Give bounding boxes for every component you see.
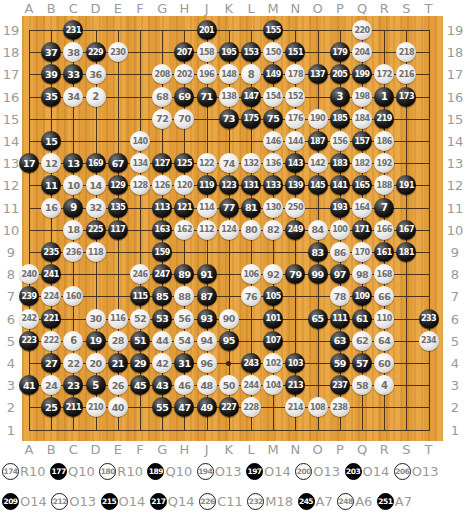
stone-move-number: 23 — [67, 380, 79, 391]
stone-move-number: 118 — [88, 248, 103, 257]
caption-move-200: 200O13 — [295, 463, 340, 480]
coordinate-label: 19 — [447, 24, 464, 37]
stone-move-number: 55 — [156, 402, 168, 413]
stone-move-number: 64 — [378, 335, 390, 346]
caption-move-189: 189Q10 — [147, 463, 192, 480]
coordinate-label: A — [25, 2, 34, 15]
caption-move-206: 206O13 — [394, 463, 439, 480]
coordinate-label: 8 — [7, 268, 15, 281]
coordinate-label: E — [114, 443, 122, 456]
coordinate-label: S — [402, 2, 410, 15]
stone-move-number: 122 — [199, 159, 214, 168]
black-move-number-circle: 203 — [345, 463, 362, 480]
stone-move-number: 18 — [67, 224, 79, 235]
black-stone-169: 169 — [86, 153, 106, 173]
stone-move-number: 169 — [88, 159, 103, 168]
stone-move-number: 230 — [110, 48, 125, 57]
stone-move-number: 148 — [221, 70, 236, 79]
black-stone-49: 49 — [197, 397, 217, 417]
black-stone-53: 53 — [152, 309, 172, 329]
white-stone-222: 222 — [41, 331, 61, 351]
caption-move-coordinate: M18 — [265, 494, 293, 509]
coordinate-label: 2 — [7, 401, 15, 414]
white-stone-32: 32 — [86, 198, 106, 218]
stone-move-number: 43 — [156, 380, 168, 391]
coordinate-label: 14 — [3, 135, 20, 148]
stone-move-number: 163 — [155, 225, 170, 234]
stone-move-number: 30 — [89, 313, 101, 324]
coordinate-label: P — [336, 443, 344, 456]
black-stone-87: 87 — [197, 286, 217, 306]
white-stone-158: 158 — [197, 42, 217, 62]
white-move-number-circle: 174 — [2, 463, 19, 480]
stone-move-number: 183 — [332, 159, 347, 168]
stone-move-number: 238 — [332, 403, 347, 412]
stone-move-number: 62 — [356, 335, 368, 346]
stone-move-number: 16 — [45, 202, 57, 213]
stone-move-number: 186 — [377, 137, 392, 146]
white-stone-230: 230 — [108, 42, 128, 62]
coordinate-label: B — [47, 443, 56, 456]
stone-move-number: 9 — [70, 202, 76, 213]
caption-move-coordinate: O13 — [215, 464, 242, 479]
go-kifu-diagram: { "game": "go", "board_size": 19, "colum… — [0, 0, 466, 523]
stone-move-number: 167 — [399, 225, 414, 234]
stone-move-number: 105 — [266, 292, 281, 301]
coordinate-label: L — [247, 443, 254, 456]
stone-move-number: 159 — [155, 248, 170, 257]
stone-move-number: 22 — [67, 358, 79, 369]
white-stone-152: 152 — [285, 87, 305, 107]
coordinate-label: Q — [357, 443, 367, 456]
coordinate-label: 3 — [7, 379, 15, 392]
stone-move-number: 184 — [354, 114, 369, 123]
stone-move-number: 243 — [243, 359, 258, 368]
stone-move-number: 110 — [377, 314, 392, 323]
caption-move-coordinate: O14 — [363, 464, 390, 479]
stone-move-number: 229 — [88, 48, 103, 57]
stone-move-number: 13 — [67, 158, 79, 169]
stone-move-number: 70 — [178, 113, 190, 124]
stone-move-number: 59 — [334, 358, 346, 369]
black-stone-91: 91 — [197, 264, 217, 284]
stone-move-number: 42 — [156, 358, 168, 369]
black-stone-117: 117 — [108, 220, 128, 240]
stone-move-number: 65 — [311, 313, 323, 324]
caption-move-177: 177Q10 — [50, 463, 95, 480]
black-stone-119: 119 — [197, 175, 217, 195]
black-stone-135: 135 — [108, 198, 128, 218]
stone-move-number: 103 — [288, 359, 303, 368]
black-stone-229: 229 — [86, 42, 106, 62]
white-stone-84: 84 — [308, 220, 328, 240]
coordinate-label: T — [425, 2, 433, 15]
coordinate-label: 8 — [451, 268, 459, 281]
stone-move-number: 86 — [334, 247, 346, 258]
black-stone-237: 237 — [330, 375, 350, 395]
black-stone-107: 107 — [263, 331, 283, 351]
stone-move-number: 12 — [45, 158, 57, 169]
stone-move-number: 61 — [356, 313, 368, 324]
stone-move-number: 138 — [221, 92, 236, 101]
white-stone-80: 80 — [241, 220, 261, 240]
stone-move-number: 139 — [288, 181, 303, 190]
white-stone-30: 30 — [86, 309, 106, 329]
stone-move-number: 116 — [110, 314, 125, 323]
caption-move-coordinate: O13 — [69, 494, 96, 509]
stone-move-number: 166 — [377, 225, 392, 234]
stone-move-number: 97 — [334, 269, 346, 280]
stone-move-number: 130 — [266, 203, 281, 212]
coordinate-label: 5 — [451, 334, 459, 347]
black-stone-5: 5 — [86, 375, 106, 395]
coordinate-label: R — [380, 443, 389, 456]
caption-move-180: 180R10 — [99, 463, 143, 480]
stone-move-number: 113 — [155, 203, 170, 212]
white-move-number-circle: 206 — [394, 463, 411, 480]
black-move-number-circle: 209 — [2, 493, 19, 510]
black-stone-77: 77 — [219, 198, 239, 218]
stone-move-number: 11 — [45, 180, 57, 191]
stone-move-number: 223 — [21, 336, 36, 345]
caption-move-coordinate: C11 — [217, 494, 243, 509]
coordinate-label: 12 — [447, 179, 464, 192]
caption-move-coordinate: A7 — [316, 494, 333, 509]
stone-move-number: 34 — [67, 91, 79, 102]
stone-move-number: 82 — [267, 224, 279, 235]
coordinate-label: C — [69, 2, 78, 15]
stone-move-number: 25 — [45, 402, 57, 413]
white-stone-52: 52 — [130, 309, 150, 329]
caption-move-coordinate: Q14 — [168, 494, 195, 509]
stone-move-number: 164 — [354, 203, 369, 212]
white-stone-130: 130 — [263, 198, 283, 218]
stone-move-number: 157 — [354, 137, 369, 146]
black-stone-75: 75 — [263, 109, 283, 129]
coordinate-label: E — [114, 2, 122, 15]
stone-move-number: 1 — [381, 91, 387, 102]
black-stone-243: 243 — [241, 353, 261, 373]
stone-move-number: 202 — [177, 70, 192, 79]
caption-move-coordinate: Q10 — [68, 464, 95, 479]
stone-move-number: 172 — [377, 70, 392, 79]
black-stone-99: 99 — [308, 264, 328, 284]
black-stone-147: 147 — [241, 87, 261, 107]
stone-move-number: 121 — [177, 203, 192, 212]
coordinate-label: 1 — [451, 423, 459, 436]
stone-move-number: 71 — [200, 91, 212, 102]
coordinate-label: P — [336, 2, 344, 15]
black-stone-69: 69 — [174, 87, 194, 107]
black-stone-157: 157 — [352, 131, 372, 151]
coordinate-label: M — [268, 443, 279, 456]
stone-move-number: 233 — [421, 314, 436, 323]
caption-move-coordinate: A7 — [395, 494, 412, 509]
stone-move-number: 45 — [134, 380, 146, 391]
white-stone-122: 122 — [197, 153, 217, 173]
coordinate-label: 18 — [447, 46, 464, 59]
stone-move-number: 135 — [110, 203, 125, 212]
stone-move-number: 41 — [23, 380, 35, 391]
stone-move-number: 211 — [66, 403, 81, 412]
caption-move-209: 209O14 — [2, 493, 47, 510]
stone-move-number: 126 — [155, 181, 170, 190]
black-stone-9: 9 — [63, 198, 83, 218]
stone-move-number: 247 — [155, 270, 170, 279]
white-stone-14: 14 — [86, 175, 106, 195]
black-stone-83: 83 — [308, 242, 328, 262]
stone-move-number: 69 — [178, 91, 190, 102]
coordinate-label: M — [268, 2, 279, 15]
stone-move-number: 222 — [44, 336, 59, 345]
black-stone-179: 179 — [330, 42, 350, 62]
stone-move-number: 221 — [44, 314, 59, 323]
coordinate-label: 7 — [451, 290, 459, 303]
white-move-number-circle: 226 — [199, 493, 216, 510]
caption-move-232: 232M18 — [247, 493, 293, 510]
coordinate-label: 15 — [447, 112, 464, 125]
black-stone-185: 185 — [330, 109, 350, 129]
coordinate-label: G — [157, 2, 167, 15]
stone-move-number: 76 — [245, 291, 257, 302]
stone-move-number: 151 — [288, 48, 303, 57]
stone-move-number: 90 — [223, 313, 235, 324]
coordinate-label: 14 — [447, 135, 464, 148]
black-stone-3: 3 — [330, 87, 350, 107]
black-stone-73: 73 — [219, 109, 239, 129]
stone-move-number: 142 — [310, 159, 325, 168]
stone-move-number: 7 — [381, 202, 387, 213]
stone-move-number: 31 — [178, 358, 190, 369]
stone-move-number: 119 — [199, 181, 214, 190]
stone-move-number: 81 — [245, 202, 257, 213]
coordinate-label: D — [91, 2, 101, 15]
white-stone-86: 86 — [330, 242, 350, 262]
stone-move-number: 205 — [332, 70, 347, 79]
stone-move-number: 143 — [288, 159, 303, 168]
white-stone-116: 116 — [108, 309, 128, 329]
stone-move-number: 149 — [266, 70, 281, 79]
white-stone-36: 36 — [86, 64, 106, 84]
stone-move-number: 227 — [221, 403, 236, 412]
coordinate-label: H — [180, 443, 190, 456]
black-stone-193: 193 — [330, 198, 350, 218]
caption-move-coordinate: Q10 — [165, 464, 192, 479]
caption-move-212: 212O13 — [51, 493, 96, 510]
stone-move-number: 207 — [177, 48, 192, 57]
white-stone-110: 110 — [374, 309, 394, 329]
stone-move-number: 28 — [112, 335, 124, 346]
stone-move-number: 136 — [266, 159, 281, 168]
stone-move-number: 38 — [67, 47, 79, 58]
stone-move-number: 196 — [199, 70, 214, 79]
white-stone-164: 164 — [352, 198, 372, 218]
stone-move-number: 146 — [266, 137, 281, 146]
black-stone-7: 7 — [374, 198, 394, 218]
stone-move-number: 20 — [89, 358, 101, 369]
coordinate-label: 17 — [447, 68, 464, 81]
black-stone-233: 233 — [419, 309, 439, 329]
black-stone-219: 219 — [374, 109, 394, 129]
coordinate-label: N — [291, 443, 301, 456]
white-stone-220: 220 — [352, 20, 372, 40]
stone-move-number: 228 — [243, 403, 258, 412]
coordinate-label: Q — [357, 2, 367, 15]
coordinate-label: 6 — [7, 312, 15, 325]
black-stone-59: 59 — [330, 353, 350, 373]
stone-move-number: 95 — [223, 335, 235, 346]
black-stone-81: 81 — [241, 198, 261, 218]
black-stone-187: 187 — [308, 131, 328, 151]
coordinate-label: 9 — [7, 246, 15, 259]
coordinate-label: 15 — [3, 112, 20, 125]
stone-move-number: 77 — [223, 202, 235, 213]
white-stone-140: 140 — [130, 131, 150, 151]
stone-move-number: 137 — [310, 70, 325, 79]
white-stone-190: 190 — [308, 109, 328, 129]
caption-move-217: 217Q14 — [150, 493, 195, 510]
stone-move-number: 239 — [21, 292, 36, 301]
black-stone-1: 1 — [374, 87, 394, 107]
stone-move-number: 21 — [112, 358, 124, 369]
white-stone-112: 112 — [197, 220, 217, 240]
coordinate-label: D — [91, 443, 101, 456]
white-move-number-circle: 200 — [295, 463, 312, 480]
stone-move-number: 79 — [289, 269, 301, 280]
stone-move-number: 213 — [288, 381, 303, 390]
white-stone-2: 2 — [86, 87, 106, 107]
stone-move-number: 162 — [177, 225, 192, 234]
coordinate-label: K — [225, 2, 234, 15]
caption-moves-line-1: 174R10177Q10180R10189Q10194O13197O14200O… — [2, 462, 464, 480]
stone-move-number: 192 — [377, 159, 392, 168]
black-stone-175: 175 — [241, 109, 261, 129]
stone-move-number: 93 — [200, 313, 212, 324]
stone-move-number: 94 — [200, 335, 212, 346]
coordinate-label: O — [312, 2, 322, 15]
stone-move-number: 98 — [356, 269, 368, 280]
white-stone-62: 62 — [352, 331, 372, 351]
white-move-number-circle: 212 — [51, 493, 68, 510]
stone-move-number: 72 — [156, 113, 168, 124]
black-move-number-circle: 251 — [377, 493, 394, 510]
stone-move-number: 246 — [132, 270, 147, 279]
coordinate-label: 12 — [3, 179, 20, 192]
black-move-number-circle: 245 — [298, 493, 315, 510]
stone-move-number: 108 — [310, 403, 325, 412]
stone-move-number: 182 — [354, 159, 369, 168]
white-stone-48: 48 — [197, 375, 217, 395]
coordinate-label: K — [225, 443, 234, 456]
black-stone-173: 173 — [396, 87, 416, 107]
white-stone-234: 234 — [419, 331, 439, 351]
black-stone-225: 225 — [86, 220, 106, 240]
stone-move-number: 145 — [310, 181, 325, 190]
white-move-number-circle: 194 — [197, 463, 214, 480]
stone-move-number: 156 — [332, 137, 347, 146]
caption-move-coordinate: O13 — [412, 464, 439, 479]
stone-move-number: 58 — [356, 380, 368, 391]
stone-move-number: 51 — [134, 335, 146, 346]
coordinate-label: 2 — [451, 401, 459, 414]
caption-move-coordinate: O14 — [20, 494, 47, 509]
coordinate-label: 16 — [3, 90, 20, 103]
stone-move-number: 101 — [266, 314, 281, 323]
black-stone-113: 113 — [152, 198, 172, 218]
coordinate-label: G — [157, 443, 167, 456]
white-stone-72: 72 — [152, 109, 172, 129]
black-stone-223: 223 — [19, 331, 39, 351]
caption-move-194: 194O13 — [197, 463, 242, 480]
stone-move-number: 199 — [354, 70, 369, 79]
stone-move-number: 56 — [178, 313, 190, 324]
coordinate-label: F — [136, 443, 143, 456]
black-stone-51: 51 — [130, 331, 150, 351]
stone-move-number: 5 — [92, 380, 98, 391]
caption-move-174: 174R10 — [2, 463, 46, 480]
black-stone-195: 195 — [219, 42, 239, 62]
caption-moves-line-2: 209O14212O13215O14217Q14226C11232M18245A… — [2, 492, 464, 510]
stone-move-number: 123 — [221, 181, 236, 190]
black-stone-97: 97 — [330, 264, 350, 284]
stone-move-number: 236 — [66, 248, 81, 257]
stone-move-number: 87 — [200, 291, 212, 302]
stone-move-number: 160 — [66, 292, 81, 301]
coordinate-label: 3 — [451, 379, 459, 392]
coordinate-label: 19 — [3, 24, 20, 37]
stone-move-number: 153 — [243, 48, 258, 57]
white-stone-74: 74 — [219, 153, 239, 173]
stone-move-number: 129 — [110, 181, 125, 190]
white-stone-156: 156 — [330, 131, 350, 151]
coordinate-label: L — [247, 2, 254, 15]
stone-move-number: 104 — [266, 381, 281, 390]
stone-move-number: 187 — [310, 137, 325, 146]
stone-move-number: 112 — [199, 225, 214, 234]
white-stone-100: 100 — [330, 220, 350, 240]
black-stone-111: 111 — [330, 309, 350, 329]
stone-move-number: 33 — [67, 69, 79, 80]
caption-move-215: 215O14 — [101, 493, 146, 510]
stone-move-number: 66 — [378, 291, 390, 302]
coordinate-label: 4 — [7, 357, 15, 370]
stone-move-number: 83 — [311, 247, 323, 258]
stone-move-number: 63 — [334, 335, 346, 346]
stone-move-number: 198 — [354, 92, 369, 101]
stone-move-number: 131 — [243, 181, 258, 190]
caption-move-245: 245A7 — [298, 493, 333, 510]
stone-move-number: 132 — [243, 159, 258, 168]
stone-move-number: 35 — [45, 91, 57, 102]
coordinate-label: S — [402, 443, 410, 456]
coordinate-label: 18 — [3, 46, 20, 59]
white-stone-250: 250 — [285, 198, 305, 218]
white-stone-68: 68 — [152, 87, 172, 107]
coordinate-label: 5 — [7, 334, 15, 347]
stone-move-number: 91 — [200, 269, 212, 280]
white-stone-20: 20 — [86, 353, 106, 373]
stone-move-number: 235 — [44, 248, 59, 257]
coordinate-label: J — [205, 443, 209, 456]
stone-move-number: 8 — [248, 69, 254, 80]
black-stone-163: 163 — [152, 220, 172, 240]
stone-move-number: 6 — [70, 335, 76, 346]
caption-move-coordinate: R10 — [117, 464, 143, 479]
stone-move-number: 109 — [354, 292, 369, 301]
black-stone-29: 29 — [130, 353, 150, 373]
stone-move-number: 67 — [112, 158, 124, 169]
black-stone-145: 145 — [308, 175, 328, 195]
